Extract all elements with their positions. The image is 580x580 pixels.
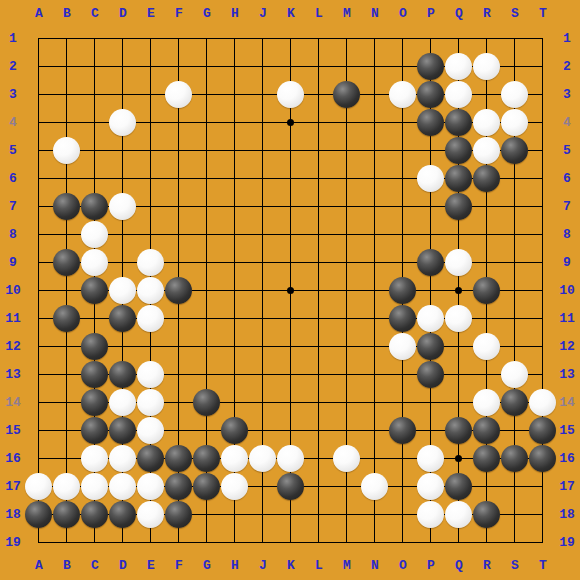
intersection-J11[interactable] — [249, 305, 277, 333]
intersection-L19[interactable] — [305, 529, 333, 557]
intersection-R12[interactable] — [473, 333, 501, 361]
intersection-K10[interactable] — [277, 277, 305, 305]
intersection-L8[interactable] — [305, 221, 333, 249]
intersection-B6[interactable] — [53, 165, 81, 193]
intersection-Q18[interactable] — [445, 501, 473, 529]
intersection-M10[interactable] — [333, 277, 361, 305]
intersection-B10[interactable] — [53, 277, 81, 305]
intersection-L14[interactable] — [305, 389, 333, 417]
intersection-H16[interactable] — [221, 445, 249, 473]
intersection-G15[interactable] — [193, 417, 221, 445]
intersection-K6[interactable] — [277, 165, 305, 193]
intersection-H13[interactable] — [221, 361, 249, 389]
intersection-L3[interactable] — [305, 81, 333, 109]
intersection-H7[interactable] — [221, 193, 249, 221]
intersection-S18[interactable] — [501, 501, 529, 529]
intersection-K3[interactable] — [277, 81, 305, 109]
intersection-A7[interactable] — [25, 193, 53, 221]
intersection-T6[interactable] — [529, 165, 557, 193]
intersection-D19[interactable] — [109, 529, 137, 557]
intersection-M4[interactable] — [333, 109, 361, 137]
intersection-A3[interactable] — [25, 81, 53, 109]
intersection-J2[interactable] — [249, 53, 277, 81]
intersection-B9[interactable] — [53, 249, 81, 277]
intersection-M1[interactable] — [333, 25, 361, 53]
intersection-B19[interactable] — [53, 529, 81, 557]
intersection-C14[interactable] — [81, 389, 109, 417]
intersection-J4[interactable] — [249, 109, 277, 137]
intersection-L15[interactable] — [305, 417, 333, 445]
intersection-R4[interactable] — [473, 109, 501, 137]
intersection-F11[interactable] — [165, 305, 193, 333]
intersection-B18[interactable] — [53, 501, 81, 529]
intersection-L1[interactable] — [305, 25, 333, 53]
intersection-B17[interactable] — [53, 473, 81, 501]
intersection-C15[interactable] — [81, 417, 109, 445]
intersection-Q10[interactable] — [445, 277, 473, 305]
intersection-O10[interactable] — [389, 277, 417, 305]
intersection-B14[interactable] — [53, 389, 81, 417]
intersection-C12[interactable] — [81, 333, 109, 361]
intersection-O5[interactable] — [389, 137, 417, 165]
intersection-J6[interactable] — [249, 165, 277, 193]
intersection-R3[interactable] — [473, 81, 501, 109]
intersection-O9[interactable] — [389, 249, 417, 277]
intersection-M11[interactable] — [333, 305, 361, 333]
intersection-S11[interactable] — [501, 305, 529, 333]
intersection-L13[interactable] — [305, 361, 333, 389]
intersection-N8[interactable] — [361, 221, 389, 249]
intersection-N1[interactable] — [361, 25, 389, 53]
intersection-T3[interactable] — [529, 81, 557, 109]
intersection-F12[interactable] — [165, 333, 193, 361]
intersection-D7[interactable] — [109, 193, 137, 221]
intersection-N6[interactable] — [361, 165, 389, 193]
intersection-O19[interactable] — [389, 529, 417, 557]
intersection-S12[interactable] — [501, 333, 529, 361]
intersection-K17[interactable] — [277, 473, 305, 501]
intersection-H17[interactable] — [221, 473, 249, 501]
intersection-P17[interactable] — [417, 473, 445, 501]
intersection-B15[interactable] — [53, 417, 81, 445]
intersection-F15[interactable] — [165, 417, 193, 445]
intersection-S9[interactable] — [501, 249, 529, 277]
intersection-P12[interactable] — [417, 333, 445, 361]
intersection-C5[interactable] — [81, 137, 109, 165]
intersection-D11[interactable] — [109, 305, 137, 333]
intersection-A15[interactable] — [25, 417, 53, 445]
intersection-O4[interactable] — [389, 109, 417, 137]
intersection-L11[interactable] — [305, 305, 333, 333]
intersection-C8[interactable] — [81, 221, 109, 249]
intersection-P3[interactable] — [417, 81, 445, 109]
intersection-Q4[interactable] — [445, 109, 473, 137]
intersection-G10[interactable] — [193, 277, 221, 305]
intersection-R14[interactable] — [473, 389, 501, 417]
intersection-J19[interactable] — [249, 529, 277, 557]
intersection-F3[interactable] — [165, 81, 193, 109]
intersection-G17[interactable] — [193, 473, 221, 501]
intersection-T5[interactable] — [529, 137, 557, 165]
intersection-B16[interactable] — [53, 445, 81, 473]
intersection-P15[interactable] — [417, 417, 445, 445]
intersection-G2[interactable] — [193, 53, 221, 81]
intersection-F14[interactable] — [165, 389, 193, 417]
intersection-E10[interactable] — [137, 277, 165, 305]
intersection-Q8[interactable] — [445, 221, 473, 249]
intersection-P11[interactable] — [417, 305, 445, 333]
intersection-C10[interactable] — [81, 277, 109, 305]
intersection-O7[interactable] — [389, 193, 417, 221]
intersection-G1[interactable] — [193, 25, 221, 53]
intersection-L5[interactable] — [305, 137, 333, 165]
intersection-K19[interactable] — [277, 529, 305, 557]
intersection-P16[interactable] — [417, 445, 445, 473]
intersection-G7[interactable] — [193, 193, 221, 221]
intersection-L6[interactable] — [305, 165, 333, 193]
intersection-H2[interactable] — [221, 53, 249, 81]
intersection-B3[interactable] — [53, 81, 81, 109]
intersection-E18[interactable] — [137, 501, 165, 529]
intersection-F18[interactable] — [165, 501, 193, 529]
intersection-F6[interactable] — [165, 165, 193, 193]
intersection-A12[interactable] — [25, 333, 53, 361]
intersection-P19[interactable] — [417, 529, 445, 557]
intersection-E2[interactable] — [137, 53, 165, 81]
intersection-F8[interactable] — [165, 221, 193, 249]
intersection-L9[interactable] — [305, 249, 333, 277]
intersection-A6[interactable] — [25, 165, 53, 193]
intersection-M12[interactable] — [333, 333, 361, 361]
intersection-H11[interactable] — [221, 305, 249, 333]
intersection-N13[interactable] — [361, 361, 389, 389]
intersection-C17[interactable] — [81, 473, 109, 501]
intersection-E1[interactable] — [137, 25, 165, 53]
intersection-S13[interactable] — [501, 361, 529, 389]
intersection-Q7[interactable] — [445, 193, 473, 221]
intersection-B13[interactable] — [53, 361, 81, 389]
intersection-G8[interactable] — [193, 221, 221, 249]
intersection-L17[interactable] — [305, 473, 333, 501]
intersection-R16[interactable] — [473, 445, 501, 473]
intersection-N16[interactable] — [361, 445, 389, 473]
intersection-O18[interactable] — [389, 501, 417, 529]
intersection-T2[interactable] — [529, 53, 557, 81]
intersection-S7[interactable] — [501, 193, 529, 221]
intersection-B5[interactable] — [53, 137, 81, 165]
intersection-K1[interactable] — [277, 25, 305, 53]
intersection-D9[interactable] — [109, 249, 137, 277]
intersection-T11[interactable] — [529, 305, 557, 333]
intersection-E15[interactable] — [137, 417, 165, 445]
intersection-L2[interactable] — [305, 53, 333, 81]
intersection-O14[interactable] — [389, 389, 417, 417]
intersection-H8[interactable] — [221, 221, 249, 249]
intersection-Q5[interactable] — [445, 137, 473, 165]
intersection-H9[interactable] — [221, 249, 249, 277]
intersection-A10[interactable] — [25, 277, 53, 305]
intersection-F17[interactable] — [165, 473, 193, 501]
intersection-K5[interactable] — [277, 137, 305, 165]
intersection-N14[interactable] — [361, 389, 389, 417]
intersection-Q6[interactable] — [445, 165, 473, 193]
intersection-D12[interactable] — [109, 333, 137, 361]
intersection-T10[interactable] — [529, 277, 557, 305]
intersection-E11[interactable] — [137, 305, 165, 333]
intersection-L12[interactable] — [305, 333, 333, 361]
intersection-F19[interactable] — [165, 529, 193, 557]
intersection-D16[interactable] — [109, 445, 137, 473]
intersection-C6[interactable] — [81, 165, 109, 193]
intersection-M17[interactable] — [333, 473, 361, 501]
intersection-M16[interactable] — [333, 445, 361, 473]
intersection-A17[interactable] — [25, 473, 53, 501]
intersection-M14[interactable] — [333, 389, 361, 417]
intersection-P5[interactable] — [417, 137, 445, 165]
intersection-S5[interactable] — [501, 137, 529, 165]
intersection-P10[interactable] — [417, 277, 445, 305]
intersection-T7[interactable] — [529, 193, 557, 221]
intersection-B1[interactable] — [53, 25, 81, 53]
intersection-E14[interactable] — [137, 389, 165, 417]
intersection-S15[interactable] — [501, 417, 529, 445]
intersection-S6[interactable] — [501, 165, 529, 193]
intersection-O2[interactable] — [389, 53, 417, 81]
intersection-Q11[interactable] — [445, 305, 473, 333]
intersection-J15[interactable] — [249, 417, 277, 445]
intersection-O8[interactable] — [389, 221, 417, 249]
intersection-P14[interactable] — [417, 389, 445, 417]
intersection-F2[interactable] — [165, 53, 193, 81]
intersection-O6[interactable] — [389, 165, 417, 193]
intersection-D2[interactable] — [109, 53, 137, 81]
intersection-T15[interactable] — [529, 417, 557, 445]
intersection-M5[interactable] — [333, 137, 361, 165]
intersection-S3[interactable] — [501, 81, 529, 109]
intersection-R7[interactable] — [473, 193, 501, 221]
intersection-J17[interactable] — [249, 473, 277, 501]
intersection-R17[interactable] — [473, 473, 501, 501]
intersection-S8[interactable] — [501, 221, 529, 249]
intersection-B2[interactable] — [53, 53, 81, 81]
intersection-N19[interactable] — [361, 529, 389, 557]
intersection-H12[interactable] — [221, 333, 249, 361]
intersection-C16[interactable] — [81, 445, 109, 473]
intersection-J3[interactable] — [249, 81, 277, 109]
intersection-L4[interactable] — [305, 109, 333, 137]
intersection-L18[interactable] — [305, 501, 333, 529]
intersection-O17[interactable] — [389, 473, 417, 501]
intersection-A5[interactable] — [25, 137, 53, 165]
intersection-L7[interactable] — [305, 193, 333, 221]
intersection-M13[interactable] — [333, 361, 361, 389]
intersection-M19[interactable] — [333, 529, 361, 557]
intersection-D15[interactable] — [109, 417, 137, 445]
intersection-J16[interactable] — [249, 445, 277, 473]
intersection-R1[interactable] — [473, 25, 501, 53]
intersection-F7[interactable] — [165, 193, 193, 221]
intersection-K2[interactable] — [277, 53, 305, 81]
intersection-N11[interactable] — [361, 305, 389, 333]
intersection-Q2[interactable] — [445, 53, 473, 81]
intersection-R19[interactable] — [473, 529, 501, 557]
intersection-J1[interactable] — [249, 25, 277, 53]
intersection-J12[interactable] — [249, 333, 277, 361]
intersection-D8[interactable] — [109, 221, 137, 249]
intersection-T18[interactable] — [529, 501, 557, 529]
intersection-E19[interactable] — [137, 529, 165, 557]
intersection-A18[interactable] — [25, 501, 53, 529]
intersection-M18[interactable] — [333, 501, 361, 529]
intersection-G9[interactable] — [193, 249, 221, 277]
intersection-K16[interactable] — [277, 445, 305, 473]
intersection-P2[interactable] — [417, 53, 445, 81]
intersection-G13[interactable] — [193, 361, 221, 389]
intersection-P6[interactable] — [417, 165, 445, 193]
intersection-G16[interactable] — [193, 445, 221, 473]
intersection-O15[interactable] — [389, 417, 417, 445]
intersection-A13[interactable] — [25, 361, 53, 389]
intersection-J8[interactable] — [249, 221, 277, 249]
intersection-R9[interactable] — [473, 249, 501, 277]
intersection-R5[interactable] — [473, 137, 501, 165]
intersection-A9[interactable] — [25, 249, 53, 277]
intersection-M15[interactable] — [333, 417, 361, 445]
intersection-T4[interactable] — [529, 109, 557, 137]
intersection-O1[interactable] — [389, 25, 417, 53]
intersection-M9[interactable] — [333, 249, 361, 277]
intersection-R11[interactable] — [473, 305, 501, 333]
intersection-T8[interactable] — [529, 221, 557, 249]
intersection-Q14[interactable] — [445, 389, 473, 417]
intersection-N5[interactable] — [361, 137, 389, 165]
intersection-E4[interactable] — [137, 109, 165, 137]
intersection-G11[interactable] — [193, 305, 221, 333]
intersection-B11[interactable] — [53, 305, 81, 333]
intersection-A11[interactable] — [25, 305, 53, 333]
intersection-R2[interactable] — [473, 53, 501, 81]
intersection-K7[interactable] — [277, 193, 305, 221]
intersection-H19[interactable] — [221, 529, 249, 557]
intersection-G19[interactable] — [193, 529, 221, 557]
intersection-H6[interactable] — [221, 165, 249, 193]
intersection-D13[interactable] — [109, 361, 137, 389]
intersection-K12[interactable] — [277, 333, 305, 361]
intersection-J14[interactable] — [249, 389, 277, 417]
intersection-A4[interactable] — [25, 109, 53, 137]
intersection-S1[interactable] — [501, 25, 529, 53]
intersection-J18[interactable] — [249, 501, 277, 529]
intersection-H14[interactable] — [221, 389, 249, 417]
intersection-D14[interactable] — [109, 389, 137, 417]
intersection-O12[interactable] — [389, 333, 417, 361]
intersection-Q9[interactable] — [445, 249, 473, 277]
intersection-C9[interactable] — [81, 249, 109, 277]
intersection-M2[interactable] — [333, 53, 361, 81]
intersection-D3[interactable] — [109, 81, 137, 109]
intersection-T12[interactable] — [529, 333, 557, 361]
intersection-Q17[interactable] — [445, 473, 473, 501]
intersection-D18[interactable] — [109, 501, 137, 529]
intersection-T19[interactable] — [529, 529, 557, 557]
intersection-H15[interactable] — [221, 417, 249, 445]
intersection-B7[interactable] — [53, 193, 81, 221]
intersection-T9[interactable] — [529, 249, 557, 277]
intersection-A8[interactable] — [25, 221, 53, 249]
intersection-J13[interactable] — [249, 361, 277, 389]
intersection-C19[interactable] — [81, 529, 109, 557]
intersection-F13[interactable] — [165, 361, 193, 389]
intersection-N3[interactable] — [361, 81, 389, 109]
intersection-Q3[interactable] — [445, 81, 473, 109]
intersection-Q16[interactable] — [445, 445, 473, 473]
intersection-O11[interactable] — [389, 305, 417, 333]
intersection-P1[interactable] — [417, 25, 445, 53]
intersection-J10[interactable] — [249, 277, 277, 305]
intersection-P7[interactable] — [417, 193, 445, 221]
intersection-M6[interactable] — [333, 165, 361, 193]
intersection-K14[interactable] — [277, 389, 305, 417]
intersection-M8[interactable] — [333, 221, 361, 249]
intersection-E12[interactable] — [137, 333, 165, 361]
intersection-E5[interactable] — [137, 137, 165, 165]
intersection-O3[interactable] — [389, 81, 417, 109]
intersection-J7[interactable] — [249, 193, 277, 221]
intersection-O16[interactable] — [389, 445, 417, 473]
intersection-F5[interactable] — [165, 137, 193, 165]
intersection-E6[interactable] — [137, 165, 165, 193]
intersection-B8[interactable] — [53, 221, 81, 249]
intersection-F1[interactable] — [165, 25, 193, 53]
intersection-T13[interactable] — [529, 361, 557, 389]
intersection-N18[interactable] — [361, 501, 389, 529]
intersection-C18[interactable] — [81, 501, 109, 529]
intersection-P13[interactable] — [417, 361, 445, 389]
intersection-D5[interactable] — [109, 137, 137, 165]
intersection-E16[interactable] — [137, 445, 165, 473]
intersection-N7[interactable] — [361, 193, 389, 221]
intersection-K11[interactable] — [277, 305, 305, 333]
intersection-K8[interactable] — [277, 221, 305, 249]
intersection-S4[interactable] — [501, 109, 529, 137]
intersection-C7[interactable] — [81, 193, 109, 221]
intersection-O13[interactable] — [389, 361, 417, 389]
intersection-G18[interactable] — [193, 501, 221, 529]
intersection-T16[interactable] — [529, 445, 557, 473]
intersection-E13[interactable] — [137, 361, 165, 389]
intersection-R8[interactable] — [473, 221, 501, 249]
intersection-K4[interactable] — [277, 109, 305, 137]
intersection-D10[interactable] — [109, 277, 137, 305]
intersection-H1[interactable] — [221, 25, 249, 53]
intersection-K13[interactable] — [277, 361, 305, 389]
intersection-G6[interactable] — [193, 165, 221, 193]
intersection-K9[interactable] — [277, 249, 305, 277]
intersection-E9[interactable] — [137, 249, 165, 277]
intersection-Q15[interactable] — [445, 417, 473, 445]
intersection-R6[interactable] — [473, 165, 501, 193]
intersection-R15[interactable] — [473, 417, 501, 445]
intersection-P18[interactable] — [417, 501, 445, 529]
intersection-R18[interactable] — [473, 501, 501, 529]
intersection-S10[interactable] — [501, 277, 529, 305]
intersection-N4[interactable] — [361, 109, 389, 137]
intersection-T1[interactable] — [529, 25, 557, 53]
intersection-J9[interactable] — [249, 249, 277, 277]
intersection-C13[interactable] — [81, 361, 109, 389]
intersection-A2[interactable] — [25, 53, 53, 81]
intersection-N15[interactable] — [361, 417, 389, 445]
